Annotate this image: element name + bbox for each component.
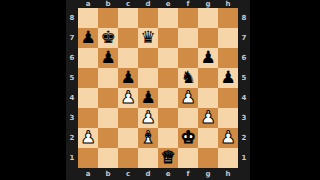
square-d5[interactable] bbox=[138, 68, 158, 88]
square-c7[interactable] bbox=[118, 28, 138, 48]
square-e7[interactable] bbox=[158, 28, 178, 48]
square-b2[interactable] bbox=[98, 128, 118, 148]
file-label-h: h bbox=[218, 168, 238, 180]
piece-black-pawn: ♟ bbox=[120, 68, 135, 87]
square-h5[interactable]: ♟ bbox=[218, 68, 238, 88]
rank-label-8: 8 bbox=[238, 8, 250, 28]
rank-label-7: 7 bbox=[238, 28, 250, 48]
file-labels-bottom: abcdefgh bbox=[78, 168, 238, 180]
square-e4[interactable] bbox=[158, 88, 178, 108]
file-label-a: a bbox=[78, 168, 98, 180]
square-f2[interactable]: ♚ bbox=[178, 128, 198, 148]
square-c4[interactable]: ♟ bbox=[118, 88, 138, 108]
rank-labels-right: 87654321 bbox=[238, 8, 250, 168]
square-e3[interactable] bbox=[158, 108, 178, 128]
square-a2[interactable]: ♟ bbox=[78, 128, 98, 148]
square-b6[interactable]: ♟ bbox=[98, 48, 118, 68]
board: ♟♚♛♟♟♟♞♟♟♟♟♟♟♟♝♚♟♛ bbox=[78, 8, 238, 168]
square-d7[interactable]: ♛ bbox=[138, 28, 158, 48]
file-label-b: b bbox=[98, 0, 118, 8]
square-e6[interactable] bbox=[158, 48, 178, 68]
file-label-c: c bbox=[118, 0, 138, 8]
square-g5[interactable] bbox=[198, 68, 218, 88]
square-h1[interactable] bbox=[218, 148, 238, 168]
square-b5[interactable] bbox=[98, 68, 118, 88]
piece-black-pawn: ♟ bbox=[140, 88, 155, 107]
square-e5[interactable] bbox=[158, 68, 178, 88]
rank-label-7: 7 bbox=[66, 28, 78, 48]
piece-white-pawn: ♟ bbox=[80, 128, 95, 147]
piece-white-pawn: ♟ bbox=[220, 128, 235, 147]
square-d2[interactable]: ♝ bbox=[138, 128, 158, 148]
file-label-h: h bbox=[218, 0, 238, 8]
file-label-g: g bbox=[198, 0, 218, 8]
square-f4[interactable]: ♟ bbox=[178, 88, 198, 108]
rank-labels-left: 87654321 bbox=[66, 8, 78, 168]
square-f8[interactable] bbox=[178, 8, 198, 28]
rank-label-8: 8 bbox=[66, 8, 78, 28]
file-label-d: d bbox=[138, 168, 158, 180]
square-f1[interactable] bbox=[178, 148, 198, 168]
square-h8[interactable] bbox=[218, 8, 238, 28]
piece-white-pawn: ♟ bbox=[140, 108, 155, 127]
rank-label-6: 6 bbox=[238, 48, 250, 68]
piece-white-pawn: ♟ bbox=[200, 108, 215, 127]
file-labels-top: abcdefgh bbox=[78, 0, 238, 8]
square-g7[interactable] bbox=[198, 28, 218, 48]
file-label-b: b bbox=[98, 168, 118, 180]
file-label-a: a bbox=[78, 0, 98, 8]
rank-label-3: 3 bbox=[66, 108, 78, 128]
square-h3[interactable] bbox=[218, 108, 238, 128]
piece-white-pawn: ♟ bbox=[120, 88, 135, 107]
rank-label-6: 6 bbox=[66, 48, 78, 68]
file-label-f: f bbox=[178, 168, 198, 180]
square-g2[interactable] bbox=[198, 128, 218, 148]
square-b1[interactable] bbox=[98, 148, 118, 168]
square-e8[interactable] bbox=[158, 8, 178, 28]
file-label-e: e bbox=[158, 168, 178, 180]
piece-white-queen: ♛ bbox=[160, 148, 175, 167]
square-a4[interactable] bbox=[78, 88, 98, 108]
square-a5[interactable] bbox=[78, 68, 98, 88]
square-g6[interactable]: ♟ bbox=[198, 48, 218, 68]
square-b3[interactable] bbox=[98, 108, 118, 128]
square-b8[interactable] bbox=[98, 8, 118, 28]
square-f6[interactable] bbox=[178, 48, 198, 68]
board-frame: abcdefgh abcdefgh 87654321 87654321 ♟♚♛♟… bbox=[66, 0, 250, 180]
square-c2[interactable] bbox=[118, 128, 138, 148]
piece-black-pawn: ♟ bbox=[100, 48, 115, 67]
rank-label-2: 2 bbox=[66, 128, 78, 148]
square-d4[interactable]: ♟ bbox=[138, 88, 158, 108]
square-g1[interactable] bbox=[198, 148, 218, 168]
square-f5[interactable]: ♞ bbox=[178, 68, 198, 88]
file-label-e: e bbox=[158, 0, 178, 8]
file-label-g: g bbox=[198, 168, 218, 180]
rank-label-1: 1 bbox=[238, 148, 250, 168]
square-a8[interactable] bbox=[78, 8, 98, 28]
square-g8[interactable] bbox=[198, 8, 218, 28]
square-h7[interactable] bbox=[218, 28, 238, 48]
square-d8[interactable] bbox=[138, 8, 158, 28]
square-e1[interactable]: ♛ bbox=[158, 148, 178, 168]
piece-black-pawn: ♟ bbox=[220, 68, 235, 87]
square-c1[interactable] bbox=[118, 148, 138, 168]
file-label-d: d bbox=[138, 0, 158, 8]
rank-label-4: 4 bbox=[66, 88, 78, 108]
square-a7[interactable]: ♟ bbox=[78, 28, 98, 48]
rank-label-2: 2 bbox=[238, 128, 250, 148]
square-c8[interactable] bbox=[118, 8, 138, 28]
square-d1[interactable] bbox=[138, 148, 158, 168]
square-a3[interactable] bbox=[78, 108, 98, 128]
square-f7[interactable] bbox=[178, 28, 198, 48]
piece-black-pawn: ♟ bbox=[200, 48, 215, 67]
piece-black-knight: ♞ bbox=[180, 68, 195, 87]
piece-white-pawn: ♟ bbox=[180, 88, 195, 107]
piece-black-king: ♚ bbox=[100, 28, 115, 47]
rank-label-4: 4 bbox=[238, 88, 250, 108]
rank-label-1: 1 bbox=[66, 148, 78, 168]
piece-white-bishop: ♝ bbox=[140, 128, 155, 147]
square-g4[interactable] bbox=[198, 88, 218, 108]
square-b4[interactable] bbox=[98, 88, 118, 108]
square-h2[interactable]: ♟ bbox=[218, 128, 238, 148]
square-a6[interactable] bbox=[78, 48, 98, 68]
square-d3[interactable]: ♟ bbox=[138, 108, 158, 128]
file-label-f: f bbox=[178, 0, 198, 8]
piece-white-king: ♚ bbox=[180, 128, 195, 147]
piece-black-queen: ♛ bbox=[140, 28, 155, 47]
square-c5[interactable]: ♟ bbox=[118, 68, 138, 88]
square-a1[interactable] bbox=[78, 148, 98, 168]
square-d6[interactable] bbox=[138, 48, 158, 68]
square-c3[interactable] bbox=[118, 108, 138, 128]
rank-label-5: 5 bbox=[66, 68, 78, 88]
file-label-c: c bbox=[118, 168, 138, 180]
square-b7[interactable]: ♚ bbox=[98, 28, 118, 48]
square-f3[interactable] bbox=[178, 108, 198, 128]
square-h6[interactable] bbox=[218, 48, 238, 68]
rank-label-3: 3 bbox=[238, 108, 250, 128]
rank-label-5: 5 bbox=[238, 68, 250, 88]
square-c6[interactable] bbox=[118, 48, 138, 68]
square-h4[interactable] bbox=[218, 88, 238, 108]
square-e2[interactable] bbox=[158, 128, 178, 148]
piece-black-pawn: ♟ bbox=[80, 28, 95, 47]
square-g3[interactable]: ♟ bbox=[198, 108, 218, 128]
